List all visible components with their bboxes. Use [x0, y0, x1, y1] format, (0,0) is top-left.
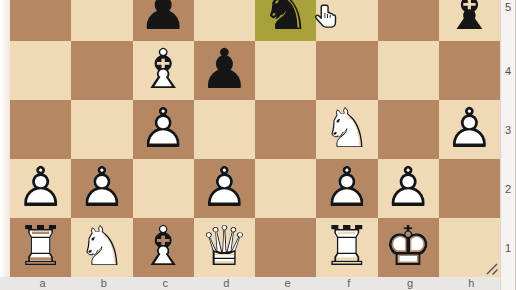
- square-e5[interactable]: ♞: [255, 0, 316, 41]
- square-b1[interactable]: ♞♘: [71, 218, 132, 277]
- file-label-e: e: [257, 277, 318, 290]
- piece-white-pawn[interactable]: ♟♙: [10, 159, 71, 218]
- file-labels: abcdefgh: [12, 277, 502, 290]
- piece-black-pawn[interactable]: ♟: [133, 0, 194, 41]
- square-d1[interactable]: ♛♕: [194, 218, 255, 277]
- chess-app-window: ♟♞♝♝♗♟♟♙♞♘♟♙♟♙♟♙♟♙♟♙♟♙♜♖♞♘♝♗♛♕♜♖♚♔ abcde…: [0, 0, 516, 290]
- square-f3[interactable]: ♞♘: [316, 100, 377, 159]
- square-g3[interactable]: [378, 100, 439, 159]
- piece-white-knight[interactable]: ♞♘: [316, 100, 377, 159]
- square-f2[interactable]: ♟♙: [316, 159, 377, 218]
- chess-board[interactable]: ♟♞♝♝♗♟♟♙♞♘♟♙♟♙♟♙♟♙♟♙♟♙♜♖♞♘♝♗♛♕♜♖♚♔: [10, 0, 500, 277]
- piece-white-pawn[interactable]: ♟♙: [378, 159, 439, 218]
- file-label-a: a: [12, 277, 73, 290]
- square-b4[interactable]: [71, 41, 132, 100]
- square-e1[interactable]: [255, 218, 316, 277]
- square-d4[interactable]: ♟: [194, 41, 255, 100]
- piece-black-bishop[interactable]: ♝: [439, 0, 500, 41]
- rank-label-5: 5: [500, 0, 516, 41]
- square-h2[interactable]: [439, 159, 500, 218]
- square-c5[interactable]: ♟: [133, 0, 194, 41]
- square-e3[interactable]: [255, 100, 316, 159]
- square-f1[interactable]: ♜♖: [316, 218, 377, 277]
- piece-white-pawn[interactable]: ♟♙: [194, 159, 255, 218]
- square-b2[interactable]: ♟♙: [71, 159, 132, 218]
- piece-white-bishop[interactable]: ♝♗: [133, 41, 194, 100]
- square-a4[interactable]: [10, 41, 71, 100]
- square-c2[interactable]: [133, 159, 194, 218]
- square-f4[interactable]: [316, 41, 377, 100]
- square-f5[interactable]: [316, 0, 377, 41]
- square-c3[interactable]: ♟♙: [133, 100, 194, 159]
- piece-white-bishop[interactable]: ♝♗: [133, 218, 194, 277]
- square-d2[interactable]: ♟♙: [194, 159, 255, 218]
- piece-white-pawn[interactable]: ♟♙: [439, 100, 500, 159]
- piece-white-rook[interactable]: ♜♖: [10, 218, 71, 277]
- square-g2[interactable]: ♟♙: [378, 159, 439, 218]
- board-resize-handle[interactable]: [485, 261, 499, 280]
- piece-white-pawn[interactable]: ♟♙: [71, 159, 132, 218]
- square-g4[interactable]: [378, 41, 439, 100]
- file-label-c: c: [135, 277, 196, 290]
- square-h5[interactable]: ♝: [439, 0, 500, 41]
- piece-white-king[interactable]: ♚♔: [378, 218, 439, 277]
- piece-white-pawn[interactable]: ♟♙: [316, 159, 377, 218]
- file-label-g: g: [380, 277, 441, 290]
- file-label-b: b: [73, 277, 134, 290]
- square-h4[interactable]: [439, 41, 500, 100]
- left-gutter: [0, 0, 10, 290]
- piece-white-rook[interactable]: ♜♖: [316, 218, 377, 277]
- square-e4[interactable]: [255, 41, 316, 100]
- rank-label-3: 3: [500, 100, 516, 159]
- piece-black-knight[interactable]: ♞: [255, 0, 316, 41]
- square-a1[interactable]: ♜♖: [10, 218, 71, 277]
- piece-white-queen[interactable]: ♛♕: [194, 218, 255, 277]
- rank-label-1: 1: [500, 218, 516, 277]
- piece-white-pawn[interactable]: ♟♙: [133, 100, 194, 159]
- square-a3[interactable]: [10, 100, 71, 159]
- rank-label-4: 4: [500, 41, 516, 100]
- piece-white-knight[interactable]: ♞♘: [71, 218, 132, 277]
- square-d5[interactable]: [194, 0, 255, 41]
- rank-labels: 54321: [500, 0, 516, 277]
- rank-label-2: 2: [500, 159, 516, 218]
- square-a2[interactable]: ♟♙: [10, 159, 71, 218]
- square-b5[interactable]: [71, 0, 132, 41]
- square-a5[interactable]: [10, 0, 71, 41]
- square-d3[interactable]: [194, 100, 255, 159]
- square-g5[interactable]: [378, 0, 439, 41]
- square-g1[interactable]: ♚♔: [378, 218, 439, 277]
- file-label-d: d: [196, 277, 257, 290]
- square-h3[interactable]: ♟♙: [439, 100, 500, 159]
- piece-black-pawn[interactable]: ♟: [194, 41, 255, 100]
- square-b3[interactable]: [71, 100, 132, 159]
- square-e2[interactable]: [255, 159, 316, 218]
- square-c1[interactable]: ♝♗: [133, 218, 194, 277]
- square-c4[interactable]: ♝♗: [133, 41, 194, 100]
- file-label-f: f: [318, 277, 379, 290]
